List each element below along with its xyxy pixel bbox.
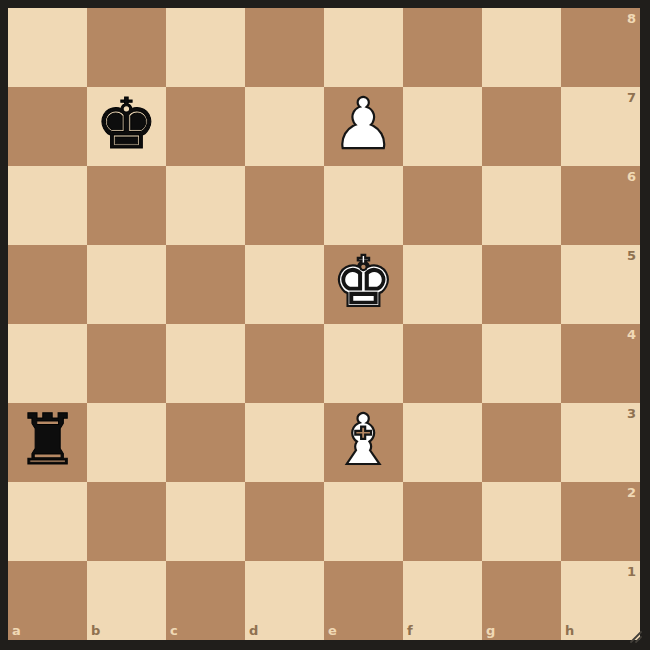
rank-label-4: 4 — [627, 328, 636, 341]
white-pawn[interactable]: ♟ — [332, 85, 395, 164]
square-d8[interactable] — [245, 8, 324, 87]
square-g1[interactable]: g — [482, 561, 561, 640]
square-a1[interactable]: a — [8, 561, 87, 640]
square-a5[interactable] — [8, 245, 87, 324]
square-f7[interactable] — [403, 87, 482, 166]
square-g4[interactable] — [482, 324, 561, 403]
file-label-h: h — [565, 624, 574, 637]
resize-handle-icon[interactable] — [627, 628, 645, 646]
square-h5[interactable]: 5 — [561, 245, 640, 324]
square-d5[interactable] — [245, 245, 324, 324]
file-label-f: f — [407, 624, 413, 637]
square-c1[interactable]: c — [166, 561, 245, 640]
rank-label-6: 6 — [627, 170, 636, 183]
file-label-c: c — [170, 624, 178, 637]
square-c8[interactable] — [166, 8, 245, 87]
square-f8[interactable] — [403, 8, 482, 87]
square-e2[interactable] — [324, 482, 403, 561]
square-h3[interactable]: 3 — [561, 403, 640, 482]
rank-label-1: 1 — [627, 565, 636, 578]
white-bishop[interactable]: ♝ — [332, 401, 395, 480]
square-b8[interactable] — [87, 8, 166, 87]
black-rook[interactable]: ♜ — [16, 401, 79, 480]
square-h8[interactable]: 8 — [561, 8, 640, 87]
square-a4[interactable] — [8, 324, 87, 403]
rank-label-3: 3 — [627, 407, 636, 420]
square-a7[interactable] — [8, 87, 87, 166]
square-g8[interactable] — [482, 8, 561, 87]
square-h4[interactable]: 4 — [561, 324, 640, 403]
chess-board: 8♚♟76♚54♜♝32abcdefgh1 — [8, 8, 640, 640]
square-f6[interactable] — [403, 166, 482, 245]
white-king[interactable]: ♚ — [332, 243, 395, 322]
square-e7[interactable]: ♟ — [324, 87, 403, 166]
square-b2[interactable] — [87, 482, 166, 561]
square-e5[interactable]: ♚ — [324, 245, 403, 324]
square-c6[interactable] — [166, 166, 245, 245]
square-c4[interactable] — [166, 324, 245, 403]
square-c2[interactable] — [166, 482, 245, 561]
rank-label-2: 2 — [627, 486, 636, 499]
black-king[interactable]: ♚ — [95, 85, 158, 164]
square-a3[interactable]: ♜ — [8, 403, 87, 482]
square-h7[interactable]: 7 — [561, 87, 640, 166]
square-b5[interactable] — [87, 245, 166, 324]
file-label-e: e — [328, 624, 337, 637]
square-d7[interactable] — [245, 87, 324, 166]
rank-label-5: 5 — [627, 249, 636, 262]
square-f2[interactable] — [403, 482, 482, 561]
file-label-b: b — [91, 624, 100, 637]
square-d3[interactable] — [245, 403, 324, 482]
square-f4[interactable] — [403, 324, 482, 403]
square-d6[interactable] — [245, 166, 324, 245]
file-label-d: d — [249, 624, 258, 637]
square-e3[interactable]: ♝ — [324, 403, 403, 482]
square-f1[interactable]: f — [403, 561, 482, 640]
square-g2[interactable] — [482, 482, 561, 561]
square-h2[interactable]: 2 — [561, 482, 640, 561]
square-b3[interactable] — [87, 403, 166, 482]
file-label-a: a — [12, 624, 21, 637]
square-f5[interactable] — [403, 245, 482, 324]
square-g6[interactable] — [482, 166, 561, 245]
square-b7[interactable]: ♚ — [87, 87, 166, 166]
square-b1[interactable]: b — [87, 561, 166, 640]
square-c3[interactable] — [166, 403, 245, 482]
square-d1[interactable]: d — [245, 561, 324, 640]
square-e1[interactable]: e — [324, 561, 403, 640]
square-g5[interactable] — [482, 245, 561, 324]
square-g3[interactable] — [482, 403, 561, 482]
square-c5[interactable] — [166, 245, 245, 324]
rank-label-7: 7 — [627, 91, 636, 104]
rank-label-8: 8 — [627, 12, 636, 25]
square-b6[interactable] — [87, 166, 166, 245]
square-b4[interactable] — [87, 324, 166, 403]
file-label-g: g — [486, 624, 495, 637]
square-g7[interactable] — [482, 87, 561, 166]
square-a6[interactable] — [8, 166, 87, 245]
square-c7[interactable] — [166, 87, 245, 166]
board-frame: 8♚♟76♚54♜♝32abcdefgh1 — [0, 0, 650, 650]
square-e8[interactable] — [324, 8, 403, 87]
square-e6[interactable] — [324, 166, 403, 245]
square-d4[interactable] — [245, 324, 324, 403]
square-a2[interactable] — [8, 482, 87, 561]
square-d2[interactable] — [245, 482, 324, 561]
square-e4[interactable] — [324, 324, 403, 403]
square-f3[interactable] — [403, 403, 482, 482]
square-a8[interactable] — [8, 8, 87, 87]
square-h6[interactable]: 6 — [561, 166, 640, 245]
